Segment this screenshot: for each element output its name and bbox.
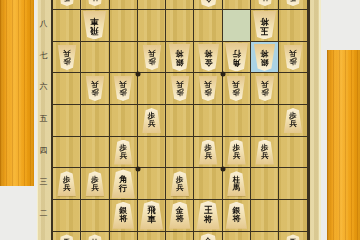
board-square[interactable]: 銀将 xyxy=(110,200,138,232)
board-square[interactable]: 桂馬 xyxy=(81,232,109,240)
board-square[interactable]: 歩兵 xyxy=(53,168,81,200)
board-square[interactable] xyxy=(223,0,251,10)
shogi-piece-歩兵[interactable]: 歩兵 xyxy=(283,108,303,133)
piece-kanji: 兵 xyxy=(289,49,297,57)
shogi-piece-飛車[interactable]: 飛車 xyxy=(82,11,107,40)
board-square[interactable] xyxy=(110,105,138,137)
shogi-piece-金将[interactable]: 金将 xyxy=(197,0,220,7)
board-square[interactable] xyxy=(251,105,279,137)
piece-kanji: 兵 xyxy=(204,81,212,89)
piece-kanji: 桂 xyxy=(91,0,99,2)
piece-kanji: 将 xyxy=(232,215,240,224)
piece-kanji: 兵 xyxy=(119,81,127,89)
piece-kanji: 兵 xyxy=(119,152,127,160)
board-square[interactable] xyxy=(138,137,166,169)
board-square[interactable]: 銀将 xyxy=(251,42,279,74)
shogi-piece-桂馬[interactable]: 桂馬 xyxy=(85,0,105,6)
shogi-piece-歩兵[interactable]: 歩兵 xyxy=(255,76,275,101)
board-square[interactable]: 飛車 xyxy=(81,10,109,42)
board-square[interactable]: 歩兵 xyxy=(166,168,194,200)
board-square[interactable] xyxy=(166,105,194,137)
shogi-piece-銀将[interactable]: 銀将 xyxy=(168,44,191,71)
shogi-app-window: 香車桂馬金将桂馬香車飛車玉将歩兵歩兵銀将金将角行銀将歩兵歩兵歩兵歩兵歩兵歩兵歩兵… xyxy=(0,0,360,240)
piece-kanji: 将 xyxy=(204,49,212,58)
piece-kanji: 行 xyxy=(119,184,128,193)
board-square[interactable]: 金将 xyxy=(166,200,194,232)
board-square[interactable] xyxy=(53,10,81,42)
board-square[interactable]: 香車 xyxy=(279,0,307,10)
board-square[interactable]: 歩兵 xyxy=(279,105,307,137)
piece-kanji: 銀 xyxy=(176,57,184,66)
board-square[interactable]: 歩兵 xyxy=(251,137,279,169)
shogi-piece-歩兵[interactable]: 歩兵 xyxy=(85,171,105,196)
shogi-piece-角行[interactable]: 角行 xyxy=(111,169,136,198)
rank-label: 二 xyxy=(37,210,50,218)
piece-kanji: 兵 xyxy=(148,120,156,128)
board-square[interactable] xyxy=(166,232,194,240)
board-square[interactable] xyxy=(81,42,109,74)
board-square[interactable] xyxy=(138,0,166,10)
piece-kanji: 兵 xyxy=(261,152,269,160)
shogi-piece-香車[interactable]: 香車 xyxy=(283,234,303,240)
board-square[interactable]: 歩兵 xyxy=(223,73,251,105)
star-point xyxy=(221,166,226,171)
shogi-piece-銀将[interactable]: 銀将 xyxy=(112,202,135,229)
board-square[interactable]: 歩兵 xyxy=(81,73,109,105)
piece-kanji: 兵 xyxy=(204,152,212,160)
shogi-piece-歩兵[interactable]: 歩兵 xyxy=(142,45,162,70)
piece-kanji: 香 xyxy=(289,0,297,2)
piece-kanji: 将 xyxy=(261,49,269,58)
board-square[interactable] xyxy=(223,10,251,42)
board-square[interactable]: 歩兵 xyxy=(194,73,222,105)
piece-kanji: 車 xyxy=(91,16,100,25)
board-square[interactable] xyxy=(251,168,279,200)
piece-kanji: 将 xyxy=(260,16,269,25)
board-square[interactable]: 歩兵 xyxy=(138,42,166,74)
piece-kanji: 兵 xyxy=(63,49,71,57)
shogi-piece-桂馬[interactable]: 桂馬 xyxy=(255,0,275,6)
rank-label: 六 xyxy=(37,83,50,91)
board-grid: 香車桂馬金将桂馬香車飛車玉将歩兵歩兵銀将金将角行銀将歩兵歩兵歩兵歩兵歩兵歩兵歩兵… xyxy=(51,0,310,240)
board-square[interactable] xyxy=(166,0,194,10)
shogi-piece-歩兵[interactable]: 歩兵 xyxy=(283,45,303,70)
rank-label: 八 xyxy=(37,20,50,28)
board-square[interactable]: 歩兵 xyxy=(138,105,166,137)
board-square[interactable] xyxy=(53,73,81,105)
board-square[interactable] xyxy=(110,10,138,42)
piece-kanji: 兵 xyxy=(261,81,269,89)
board-square[interactable] xyxy=(138,232,166,240)
board-square[interactable] xyxy=(223,105,251,137)
board-square[interactable]: 桂馬 xyxy=(81,0,109,10)
board-square[interactable]: 金将 xyxy=(194,42,222,74)
piece-kanji: 行 xyxy=(232,48,241,57)
shogi-piece-歩兵[interactable]: 歩兵 xyxy=(226,76,246,101)
star-point xyxy=(136,71,141,76)
piece-kanji: 歩 xyxy=(63,57,71,65)
board-square[interactable] xyxy=(138,10,166,42)
board-square[interactable]: 銀将 xyxy=(166,42,194,74)
piece-kanji: 兵 xyxy=(63,184,71,192)
right-wood-panel xyxy=(327,50,360,240)
shogi-piece-歩兵[interactable]: 歩兵 xyxy=(198,76,218,101)
piece-kanji: 玉 xyxy=(260,25,269,34)
piece-kanji: 将 xyxy=(176,49,184,58)
board-square[interactable] xyxy=(138,73,166,105)
board-square[interactable]: 歩兵 xyxy=(110,73,138,105)
shogi-piece-飛車[interactable]: 飛車 xyxy=(139,201,164,230)
shogi-piece-歩兵[interactable]: 歩兵 xyxy=(85,76,105,101)
board-square[interactable] xyxy=(251,200,279,232)
board-square[interactable] xyxy=(110,0,138,10)
board-square[interactable] xyxy=(223,232,251,240)
board-square[interactable] xyxy=(53,105,81,137)
shogi-piece-角行[interactable]: 角行 xyxy=(224,43,249,72)
board-square[interactable] xyxy=(166,137,194,169)
shogi-piece-歩兵[interactable]: 歩兵 xyxy=(113,76,133,101)
piece-kanji: 銀 xyxy=(261,57,269,66)
shogi-piece-歩兵[interactable]: 歩兵 xyxy=(57,171,77,196)
piece-kanji: 馬 xyxy=(233,184,241,192)
board-square[interactable] xyxy=(251,232,279,240)
shogi-board: 香車桂馬金将桂馬香車飛車玉将歩兵歩兵銀将金将角行銀将歩兵歩兵歩兵歩兵歩兵歩兵歩兵… xyxy=(37,0,321,240)
board-square[interactable] xyxy=(194,168,222,200)
board-square[interactable]: 飛車 xyxy=(138,200,166,232)
piece-kanji: 兵 xyxy=(233,81,241,89)
board-square[interactable]: 香車 xyxy=(279,232,307,240)
piece-kanji: 歩 xyxy=(91,89,99,97)
piece-kanji: 歩 xyxy=(119,89,127,97)
shogi-piece-香車[interactable]: 香車 xyxy=(57,0,77,6)
board-square[interactable]: 歩兵 xyxy=(194,137,222,169)
board-square[interactable] xyxy=(53,200,81,232)
board-square[interactable]: 金将 xyxy=(194,0,222,10)
piece-kanji: 兵 xyxy=(91,81,99,89)
board-square[interactable] xyxy=(110,42,138,74)
shogi-piece-歩兵[interactable]: 歩兵 xyxy=(198,140,218,165)
piece-kanji: 兵 xyxy=(148,49,156,57)
piece-kanji: 兵 xyxy=(91,184,99,192)
board-square[interactable] xyxy=(194,105,222,137)
board-square[interactable]: 角行 xyxy=(223,42,251,74)
piece-kanji: 桂 xyxy=(261,0,269,2)
board-square[interactable] xyxy=(279,168,307,200)
board-square[interactable]: 歩兵 xyxy=(251,73,279,105)
board-square[interactable]: 歩兵 xyxy=(223,137,251,169)
board-square[interactable]: 香車 xyxy=(53,0,81,10)
piece-kanji: 歩 xyxy=(261,89,269,97)
board-square[interactable] xyxy=(194,10,222,42)
board-square[interactable] xyxy=(166,10,194,42)
left-wood-panel xyxy=(0,0,34,186)
rank-label: 三 xyxy=(37,178,50,186)
shogi-piece-香車[interactable]: 香車 xyxy=(283,0,303,6)
shogi-piece-玉将[interactable]: 玉将 xyxy=(252,11,277,40)
piece-kanji: 香 xyxy=(63,0,71,2)
piece-kanji: 金 xyxy=(204,0,212,2)
board-square[interactable] xyxy=(53,137,81,169)
shogi-piece-香車[interactable]: 香車 xyxy=(57,234,77,240)
piece-kanji: 歩 xyxy=(204,89,212,97)
board-square[interactable]: 歩兵 xyxy=(166,73,194,105)
board-square[interactable] xyxy=(138,168,166,200)
shogi-piece-歩兵[interactable]: 歩兵 xyxy=(170,76,190,101)
shogi-piece-歩兵[interactable]: 歩兵 xyxy=(142,108,162,133)
piece-kanji: 歩 xyxy=(233,89,241,97)
board-square[interactable] xyxy=(81,200,109,232)
shogi-piece-歩兵[interactable]: 歩兵 xyxy=(170,171,190,196)
shogi-piece-金将[interactable]: 金将 xyxy=(197,44,220,71)
board-square[interactable]: 銀将 xyxy=(223,200,251,232)
piece-kanji: 歩 xyxy=(289,57,297,65)
piece-kanji: 車 xyxy=(147,215,156,224)
star-point xyxy=(221,71,226,76)
board-square[interactable]: 歩兵 xyxy=(110,137,138,169)
piece-kanji: 歩 xyxy=(176,89,184,97)
shogi-piece-歩兵[interactable]: 歩兵 xyxy=(113,140,133,165)
board-square[interactable] xyxy=(279,200,307,232)
shogi-piece-銀将[interactable]: 銀将 xyxy=(225,202,248,229)
rank-label: 四 xyxy=(37,147,50,155)
piece-kanji: 飛 xyxy=(91,25,100,34)
shogi-piece-歩兵[interactable]: 歩兵 xyxy=(57,45,77,70)
piece-kanji: 兵 xyxy=(176,81,184,89)
board-square[interactable] xyxy=(81,137,109,169)
piece-kanji: 兵 xyxy=(289,120,297,128)
board-square[interactable]: 金将 xyxy=(194,232,222,240)
shogi-piece-金将[interactable]: 金将 xyxy=(168,202,191,229)
board-square[interactable] xyxy=(81,105,109,137)
shogi-piece-歩兵[interactable]: 歩兵 xyxy=(226,140,246,165)
rank-label: 七 xyxy=(37,52,50,60)
board-square[interactable]: 玉将 xyxy=(251,10,279,42)
shogi-piece-銀将[interactable]: 銀将 xyxy=(253,44,276,71)
board-square[interactable]: 香車 xyxy=(53,232,81,240)
shogi-piece-王将[interactable]: 王将 xyxy=(196,201,221,230)
piece-kanji: 兵 xyxy=(233,152,241,160)
piece-kanji: 将 xyxy=(119,215,127,224)
board-square[interactable]: 歩兵 xyxy=(81,168,109,200)
shogi-piece-桂馬[interactable]: 桂馬 xyxy=(85,234,105,240)
piece-kanji: 金 xyxy=(204,57,212,66)
board-square[interactable]: 歩兵 xyxy=(279,42,307,74)
piece-kanji: 歩 xyxy=(148,57,156,65)
board-square[interactable] xyxy=(110,232,138,240)
board-square[interactable]: 桂馬 xyxy=(251,0,279,10)
board-square[interactable]: 角行 xyxy=(110,168,138,200)
shogi-piece-歩兵[interactable]: 歩兵 xyxy=(255,140,275,165)
rank-label: 五 xyxy=(37,115,50,123)
piece-kanji: 兵 xyxy=(176,184,184,192)
board-square[interactable]: 桂馬 xyxy=(223,168,251,200)
board-square[interactable] xyxy=(279,137,307,169)
piece-kanji: 将 xyxy=(176,215,184,224)
star-point xyxy=(136,166,141,171)
board-square[interactable]: 歩兵 xyxy=(53,42,81,74)
board-square[interactable]: 王将 xyxy=(194,200,222,232)
board-square[interactable] xyxy=(279,10,307,42)
shogi-piece-金将[interactable]: 金将 xyxy=(197,233,220,240)
piece-kanji: 将 xyxy=(204,215,213,224)
piece-kanji: 角 xyxy=(232,57,241,66)
shogi-piece-桂馬[interactable]: 桂馬 xyxy=(226,171,246,196)
board-square[interactable] xyxy=(279,73,307,105)
